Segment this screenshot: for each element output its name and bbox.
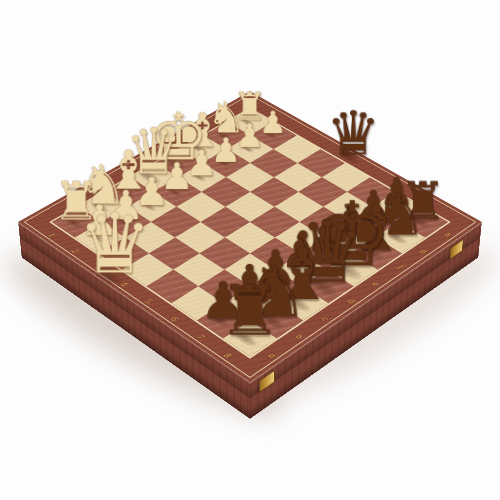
square-g8: ♞ bbox=[375, 222, 425, 253]
piece-shadow bbox=[312, 246, 334, 260]
piece-shadow bbox=[165, 186, 183, 197]
piece-shadow bbox=[213, 129, 235, 142]
piece-shadow bbox=[234, 295, 259, 311]
brass-latch-icon bbox=[259, 370, 275, 393]
piece-glyph: ♝ bbox=[105, 144, 153, 198]
brass-latch-icon bbox=[450, 239, 464, 260]
scene: ♜♟♟♜♞♟♟♞♝♟♟♝♚♟♟♚♛♟♟♛♝♟♟♝♞♟♟♞♜♟♟♜ 1234567… bbox=[0, 0, 500, 500]
piece-shadow bbox=[114, 216, 133, 228]
piece-shadow bbox=[384, 200, 404, 212]
piece-shadow bbox=[361, 216, 381, 228]
square-a3 bbox=[98, 238, 149, 270]
piece-shadow bbox=[263, 131, 278, 140]
piece-shadow bbox=[215, 158, 232, 168]
board-top: ♜♟♟♜♞♟♟♞♝♟♟♝♚♟♟♚♛♟♟♛♝♟♟♝♞♟♟♞♜♟♟♜ 1234567… bbox=[18, 91, 482, 382]
piece-shadow bbox=[140, 200, 159, 212]
board-grid: ♜♟♟♜♞♟♟♞♝♟♟♝♚♟♟♚♛♟♟♛♝♟♟♝♞♟♟♞♜♟♟♜ bbox=[49, 107, 451, 358]
piece-shadow bbox=[60, 214, 85, 230]
piece-shadow bbox=[191, 172, 209, 183]
piece-shadow bbox=[260, 278, 284, 294]
piece-glyph: ♞ bbox=[79, 158, 128, 212]
piece-shadow bbox=[86, 198, 112, 214]
piece-shadow bbox=[406, 214, 433, 230]
piece-shadow bbox=[336, 231, 358, 244]
piece-shadow bbox=[207, 312, 233, 329]
square-c3 bbox=[151, 207, 200, 238]
piece-shadow bbox=[188, 142, 211, 156]
square-e6 bbox=[275, 222, 325, 253]
piece-shadow bbox=[134, 167, 166, 186]
piece-shadow bbox=[240, 144, 256, 153]
chess-board: ♜♟♟♜♞♟♟♞♝♟♟♝♚♟♟♚♛♟♟♛♝♟♟♝♞♟♟♞♜♟♟♜ 1234567… bbox=[18, 91, 482, 382]
piece-shadow bbox=[287, 262, 310, 277]
piece-shadow bbox=[112, 184, 138, 200]
piece-glyph: ♜ bbox=[233, 88, 267, 126]
piece-shadow bbox=[86, 231, 107, 244]
piece-shadow bbox=[238, 116, 257, 127]
